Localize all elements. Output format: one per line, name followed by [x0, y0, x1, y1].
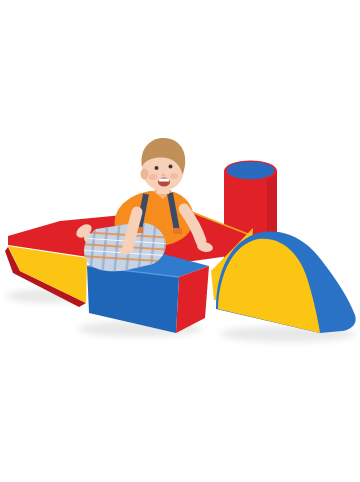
foam-arch — [216, 232, 356, 333]
toddler-cheek-left — [149, 174, 157, 180]
foam-playset-scene — [0, 0, 360, 482]
toddler-cheek-right — [170, 173, 178, 179]
toddler-eye-right — [169, 165, 173, 169]
toddler-head — [141, 138, 186, 194]
toddler-ear — [141, 169, 149, 180]
product-image[interactable] — [0, 0, 360, 482]
toddler-teeth — [159, 179, 169, 182]
cylinder-top — [227, 162, 275, 180]
toddler-nose — [162, 174, 166, 176]
toddler-eye-left — [155, 166, 159, 170]
